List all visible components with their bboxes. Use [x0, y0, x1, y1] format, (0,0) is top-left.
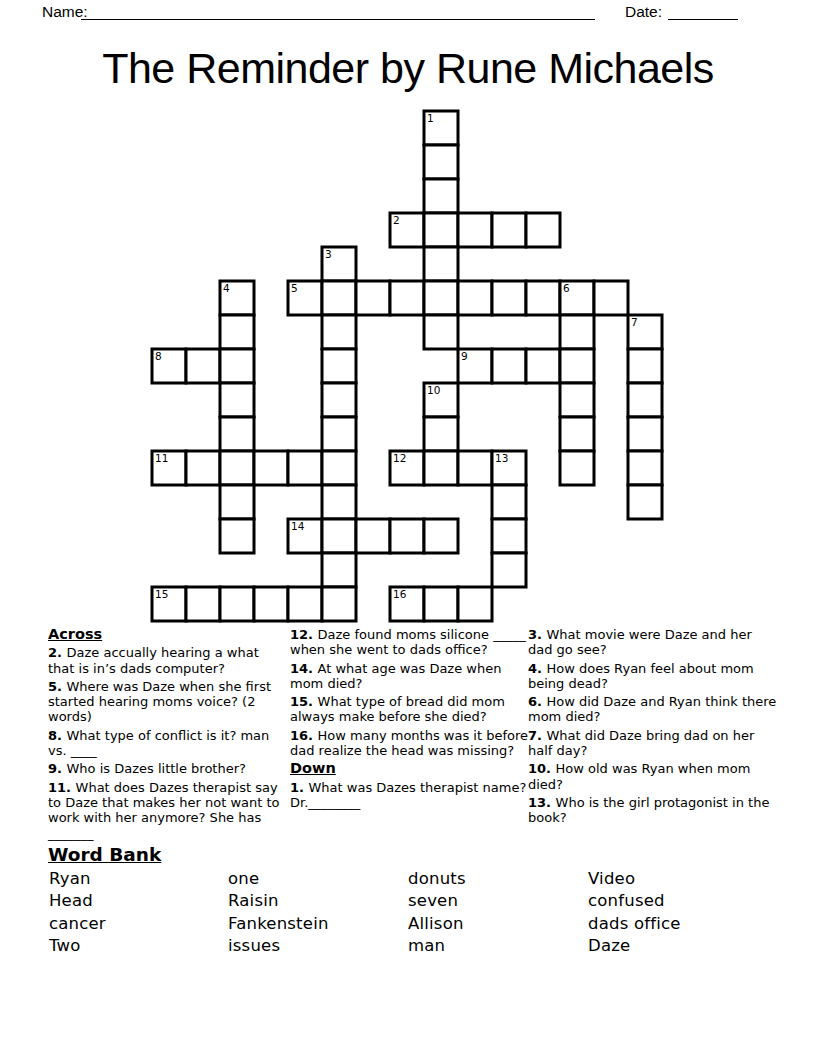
clue-number-label: 14. — [290, 661, 318, 676]
grid-cell-r12c5[interactable] — [322, 519, 356, 553]
name-label: Name: — [42, 3, 88, 20]
grid-cell-r8c5[interactable] — [322, 383, 356, 417]
clues-heading-down: Down — [290, 761, 531, 776]
grid-cell-r11c10[interactable] — [492, 485, 526, 519]
word-bank-word: confused — [588, 890, 768, 912]
grid-cell-r10c10[interactable]: 13 — [492, 451, 526, 485]
grid-cell-r5c5[interactable] — [322, 281, 356, 315]
grid-cell-r12c8[interactable] — [424, 519, 458, 553]
clue-number-label: 9. — [48, 761, 67, 776]
grid-cell-r5c2[interactable]: 4 — [220, 281, 254, 315]
grid-cell-r12c10[interactable] — [492, 519, 526, 553]
page-title: The Reminder by Rune Michaels — [0, 44, 816, 92]
clue-8: 8. What type of conflict is it? man vs. … — [48, 728, 288, 759]
grid-cell-r4c8[interactable] — [424, 247, 458, 281]
grid-cell-r5c13[interactable] — [594, 281, 628, 315]
clue-number-label: 3. — [528, 627, 547, 642]
word-bank-word: Two — [49, 935, 228, 957]
word-bank-word: Raisin — [228, 890, 408, 912]
grid-cell-r10c3[interactable] — [254, 451, 288, 485]
clue-3: 3. What movie were Daze and her dad go s… — [528, 627, 780, 658]
grid-cell-r12c6[interactable] — [356, 519, 390, 553]
clue-number-label: 6. — [528, 694, 547, 709]
worksheet-page: { "game": "crossword", "title": "The Rem… — [0, 0, 816, 1056]
word-bank-word: Ryan — [49, 868, 228, 890]
clue-2: 2. Daze accually hearing a what that is … — [48, 645, 288, 676]
grid-cell-r11c5[interactable] — [322, 485, 356, 519]
grid-cell-r8c2[interactable] — [220, 383, 254, 417]
grid-cell-r7c1[interactable] — [186, 349, 220, 383]
grid-cell-r6c12[interactable] — [560, 315, 594, 349]
grid-cell-r5c11[interactable] — [526, 281, 560, 315]
grid-cell-r14c7[interactable]: 16 — [390, 587, 424, 621]
grid-cell-r7c12[interactable] — [560, 349, 594, 383]
grid-cell-r3c10[interactable] — [492, 213, 526, 247]
grid-cell-r2c8[interactable] — [424, 179, 458, 213]
clue-16: 16. How many months was it before dad re… — [290, 728, 531, 759]
grid-cell-r5c10[interactable] — [492, 281, 526, 315]
grid-cell-r9c5[interactable] — [322, 417, 356, 451]
word-bank-word: Daze — [588, 935, 768, 957]
clue-number-label: 13. — [528, 795, 556, 810]
grid-cell-r14c1[interactable] — [186, 587, 220, 621]
grid-cell-r7c2[interactable] — [220, 349, 254, 383]
word-bank-word: Video — [588, 868, 768, 890]
grid-cell-r6c5[interactable] — [322, 315, 356, 349]
word-bank-list: RyanonedonutsVideoHeadRaisinsevenconfuse… — [49, 868, 768, 958]
cell-number-3: 3 — [325, 249, 332, 260]
clue-number-label: 2. — [48, 645, 67, 660]
grid-cell-r6c2[interactable] — [220, 315, 254, 349]
grid-cell-r8c14[interactable] — [628, 383, 662, 417]
grid-cell-r14c9[interactable] — [458, 587, 492, 621]
grid-cell-r9c12[interactable] — [560, 417, 594, 451]
clues-column-1: Across2. Daze accually hearing a what th… — [48, 627, 288, 844]
clue-number-label: 16. — [290, 728, 318, 743]
grid-cell-r6c8[interactable] — [424, 315, 458, 349]
clue-9: 9. Who is Dazes little brother? — [48, 761, 288, 776]
cell-number-16: 16 — [393, 589, 406, 600]
cell-number-10: 10 — [427, 385, 440, 396]
clue-number-label: 5. — [48, 679, 67, 694]
grid-cell-r10c5[interactable] — [322, 451, 356, 485]
word-bank-word: cancer — [49, 913, 228, 935]
cell-number-2: 2 — [393, 215, 400, 226]
word-bank-word: Head — [49, 890, 228, 912]
grid-cell-r7c11[interactable] — [526, 349, 560, 383]
cell-number-9: 9 — [461, 351, 468, 362]
date-label: Date: — [625, 3, 662, 20]
word-bank-word: donuts — [408, 868, 588, 890]
grid-cell-r5c4[interactable]: 5 — [288, 281, 322, 315]
word-bank-word: man — [408, 935, 588, 957]
cell-number-5: 5 — [291, 283, 298, 294]
clue-5: 5. Where was Daze when she first started… — [48, 679, 288, 725]
clues-column-3: 3. What movie were Daze and her dad go s… — [528, 627, 780, 829]
cell-number-15: 15 — [155, 589, 168, 600]
grid-cell-r8c8[interactable]: 10 — [424, 383, 458, 417]
word-bank-heading: Word Bank — [48, 844, 161, 865]
grid-cell-r14c8[interactable] — [424, 587, 458, 621]
clue-13: 13. Who is the girl protagonist in the b… — [528, 795, 780, 826]
clue-number-label: 4. — [528, 661, 547, 676]
grid-cell-r13c10[interactable] — [492, 553, 526, 587]
grid-cell-r14c0[interactable]: 15 — [152, 587, 186, 621]
clue-14: 14. At what age was Daze when mom died? — [290, 661, 531, 692]
grid-cell-r11c2[interactable] — [220, 485, 254, 519]
grid-cell-r7c0[interactable]: 8 — [152, 349, 186, 383]
name-blank-line — [81, 19, 595, 20]
date-blank-line — [668, 19, 738, 20]
grid-cell-r5c9[interactable] — [458, 281, 492, 315]
grid-cell-r1c8[interactable] — [424, 145, 458, 179]
grid-cell-r7c14[interactable] — [628, 349, 662, 383]
word-bank-word: Allison — [408, 913, 588, 935]
word-bank-word: seven — [408, 890, 588, 912]
clue-15: 15. What type of bread did mom always ma… — [290, 694, 531, 725]
word-bank-word: one — [228, 868, 408, 890]
cell-number-14: 14 — [291, 521, 304, 532]
grid-cell-r0c8[interactable]: 1 — [424, 111, 458, 145]
crossword-grid: 12345678910111213141516 — [152, 111, 662, 621]
grid-cell-r12c2[interactable] — [220, 519, 254, 553]
cell-number-6: 6 — [563, 283, 570, 294]
grid-cell-r9c14[interactable] — [628, 417, 662, 451]
cell-number-7: 7 — [631, 317, 638, 328]
grid-cell-r5c7[interactable] — [390, 281, 424, 315]
grid-cell-r14c2[interactable] — [220, 587, 254, 621]
clue-number-label: 11. — [48, 780, 76, 795]
clue-number-label: 12. — [290, 627, 318, 642]
cell-number-1: 1 — [427, 113, 434, 124]
grid-cell-r7c10[interactable] — [492, 349, 526, 383]
cell-number-4: 4 — [223, 283, 230, 294]
grid-cell-r7c5[interactable] — [322, 349, 356, 383]
grid-cell-r12c4[interactable]: 14 — [288, 519, 322, 553]
clue-10: 10. How old was Ryan when mom died? — [528, 761, 780, 792]
grid-cell-r10c4[interactable] — [288, 451, 322, 485]
grid-cell-r10c2[interactable] — [220, 451, 254, 485]
grid-cell-r13c5[interactable] — [322, 553, 356, 587]
grid-cell-r3c8[interactable] — [424, 213, 458, 247]
grid-cell-r14c5[interactable] — [322, 587, 356, 621]
grid-cell-r6c14[interactable]: 7 — [628, 315, 662, 349]
word-bank-word: issues — [228, 935, 408, 957]
cell-number-12: 12 — [393, 453, 406, 464]
grid-cell-r8c12[interactable] — [560, 383, 594, 417]
grid-cell-r10c9[interactable] — [458, 451, 492, 485]
grid-cell-r10c0[interactable]: 11 — [152, 451, 186, 485]
grid-cell-r12c7[interactable] — [390, 519, 424, 553]
grid-cell-r9c2[interactable] — [220, 417, 254, 451]
clue-1: 1. What was Dazes therapist name? Dr.___… — [290, 780, 531, 811]
clue-4: 4. How does Ryan feel about mom being de… — [528, 661, 780, 692]
clue-12: 12. Daze found moms silicone _____ when … — [290, 627, 531, 658]
grid-cell-r7c9[interactable]: 9 — [458, 349, 492, 383]
grid-cell-r10c8[interactable] — [424, 451, 458, 485]
word-bank-word: Fankenstein — [228, 913, 408, 935]
grid-cell-r3c7[interactable]: 2 — [390, 213, 424, 247]
grid-cell-r10c12[interactable] — [560, 451, 594, 485]
grid-cell-r10c1[interactable] — [186, 451, 220, 485]
grid-cell-r5c6[interactable] — [356, 281, 390, 315]
clue-11: 11. What does Dazes therapist say to Daz… — [48, 780, 288, 841]
grid-cell-r14c4[interactable] — [288, 587, 322, 621]
cell-number-8: 8 — [155, 351, 162, 362]
grid-cell-r14c3[interactable] — [254, 587, 288, 621]
clue-6: 6. How did Daze and Ryan think there mom… — [528, 694, 780, 725]
grid-cell-r10c14[interactable] — [628, 451, 662, 485]
clues-column-2: 12. Daze found moms silicone _____ when … — [290, 627, 531, 813]
clue-number-label: 1. — [290, 780, 309, 795]
grid-cell-r5c8[interactable] — [424, 281, 458, 315]
grid-cell-r10c7[interactable]: 12 — [390, 451, 424, 485]
cell-number-11: 11 — [155, 453, 168, 464]
grid-cell-r3c9[interactable] — [458, 213, 492, 247]
clue-number-label: 10. — [528, 761, 556, 776]
grid-cell-r3c11[interactable] — [526, 213, 560, 247]
grid-cell-r4c5[interactable]: 3 — [322, 247, 356, 281]
clue-number-label: 8. — [48, 728, 67, 743]
clue-number-label: 15. — [290, 694, 318, 709]
grid-cell-r11c14[interactable] — [628, 485, 662, 519]
grid-cell-r5c12[interactable]: 6 — [560, 281, 594, 315]
cell-number-13: 13 — [495, 453, 508, 464]
clues-heading-across: Across — [48, 627, 288, 642]
clue-number-label: 7. — [528, 728, 547, 743]
word-bank-word: dads office — [588, 913, 768, 935]
clue-7: 7. What did Daze bring dad on her half d… — [528, 728, 780, 759]
grid-cell-r9c8[interactable] — [424, 417, 458, 451]
